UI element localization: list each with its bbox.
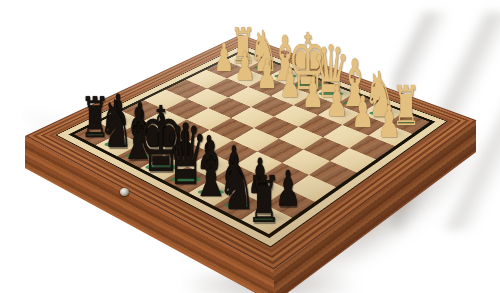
piece-white-pawn: ♟ (214, 39, 234, 78)
piece-white-pawn: ♟ (302, 72, 324, 114)
chess-set-photo: ♜♞♝♛♚♝♞♜♟♟♟♟♟♟♟♟♟♟♟♟♟♟♟♟♜♞♝♛♚♝♞♜ (0, 0, 500, 293)
pieces-layer: ♜♞♝♛♚♝♞♜♟♟♟♟♟♟♟♟♟♟♟♟♟♟♟♟♜♞♝♛♚♝♞♜ (0, 0, 500, 293)
piece-black-rook: ♜ (247, 169, 281, 233)
piece-white-pawn: ♟ (326, 81, 348, 123)
piece-white-pawn: ♟ (351, 91, 374, 134)
piece-white-pawn: ♟ (377, 100, 400, 144)
piece-white-pawn: ♟ (256, 55, 277, 95)
piece-white-pawn: ♟ (235, 47, 256, 87)
piece-white-pawn: ♟ (279, 63, 301, 104)
